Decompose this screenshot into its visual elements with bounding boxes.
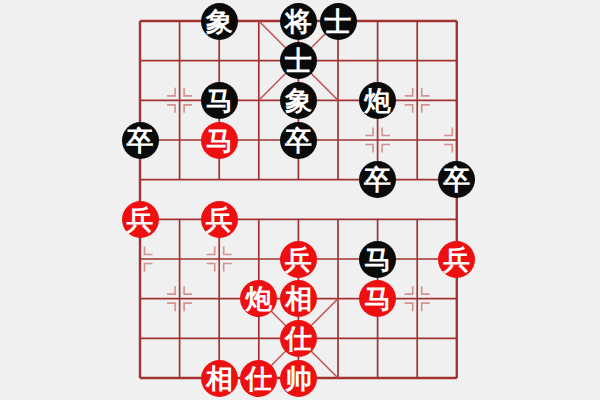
piece-red-soldier[interactable]: 兵 — [122, 201, 159, 238]
xiangqi-app: 象将士士马象炮卒卒卒卒马马兵兵兵兵炮相马仕相仕帅 — [0, 0, 600, 400]
xiangqi-board: 象将士士马象炮卒卒卒卒马马兵兵兵兵炮相马仕相仕帅 — [140, 21, 457, 378]
piece-black-elephant[interactable]: 象 — [201, 3, 238, 40]
piece-red-soldier[interactable]: 兵 — [280, 241, 317, 278]
piece-red-general[interactable]: 帅 — [280, 360, 317, 397]
piece-black-horse[interactable]: 马 — [359, 241, 396, 278]
piece-black-cannon[interactable]: 炮 — [359, 82, 396, 119]
piece-red-elephant[interactable]: 相 — [201, 360, 238, 397]
piece-red-soldier[interactable]: 兵 — [201, 201, 238, 238]
piece-red-horse[interactable]: 马 — [201, 122, 238, 159]
piece-black-soldier[interactable]: 卒 — [359, 161, 396, 198]
piece-red-horse[interactable]: 马 — [359, 280, 396, 317]
piece-black-elephant[interactable]: 象 — [280, 82, 317, 119]
piece-black-advisor[interactable]: 士 — [320, 3, 357, 40]
piece-red-advisor[interactable]: 仕 — [280, 320, 317, 357]
piece-red-cannon[interactable]: 炮 — [240, 280, 277, 317]
piece-black-horse[interactable]: 马 — [201, 82, 238, 119]
piece-black-soldier[interactable]: 卒 — [438, 161, 475, 198]
piece-red-elephant[interactable]: 相 — [280, 280, 317, 317]
piece-red-advisor[interactable]: 仕 — [240, 360, 277, 397]
piece-red-soldier[interactable]: 兵 — [438, 241, 475, 278]
piece-black-soldier[interactable]: 卒 — [280, 122, 317, 159]
piece-black-soldier[interactable]: 卒 — [122, 122, 159, 159]
piece-black-general[interactable]: 将 — [280, 3, 317, 40]
pieces-layer: 象将士士马象炮卒卒卒卒马马兵兵兵兵炮相马仕相仕帅 — [140, 21, 457, 378]
piece-black-advisor[interactable]: 士 — [280, 42, 317, 79]
